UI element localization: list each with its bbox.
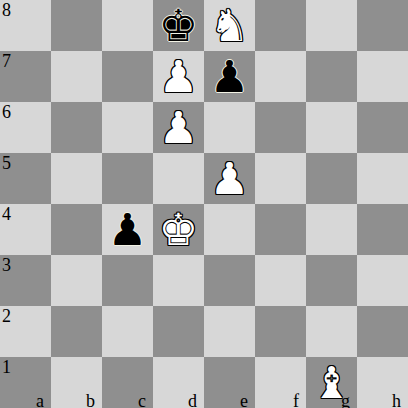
file-label-f: f	[293, 393, 299, 408]
square-a6[interactable]: 6	[0, 102, 51, 153]
square-a8[interactable]: 8	[0, 0, 51, 51]
square-e1[interactable]: e	[204, 357, 255, 408]
chess-board: 8♚♞7♟♟6♟5♟4♟♚321abcdefg♝h	[0, 0, 408, 408]
square-d5[interactable]	[153, 153, 204, 204]
file-label-c: c	[138, 393, 146, 408]
rank-label-1: 1	[2, 357, 11, 377]
square-h6[interactable]	[357, 102, 408, 153]
square-f5[interactable]	[255, 153, 306, 204]
square-f2[interactable]	[255, 306, 306, 357]
square-f6[interactable]	[255, 102, 306, 153]
white-king[interactable]: ♚	[153, 204, 204, 255]
square-e7[interactable]: ♟	[204, 51, 255, 102]
square-h1[interactable]: h	[357, 357, 408, 408]
square-a3[interactable]: 3	[0, 255, 51, 306]
square-b5[interactable]	[51, 153, 102, 204]
square-c7[interactable]	[102, 51, 153, 102]
square-g6[interactable]	[306, 102, 357, 153]
square-f8[interactable]	[255, 0, 306, 51]
rank-label-4: 4	[2, 204, 11, 224]
square-g1[interactable]: g♝	[306, 357, 357, 408]
square-h7[interactable]	[357, 51, 408, 102]
square-b6[interactable]	[51, 102, 102, 153]
square-a5[interactable]: 5	[0, 153, 51, 204]
rank-label-3: 3	[2, 255, 11, 275]
square-g3[interactable]	[306, 255, 357, 306]
square-h8[interactable]	[357, 0, 408, 51]
square-g5[interactable]	[306, 153, 357, 204]
square-e2[interactable]	[204, 306, 255, 357]
rank-label-5: 5	[2, 153, 11, 173]
square-b3[interactable]	[51, 255, 102, 306]
file-label-b: b	[86, 393, 95, 408]
file-label-a: a	[36, 393, 44, 408]
black-pawn[interactable]: ♟	[102, 204, 153, 255]
square-h5[interactable]	[357, 153, 408, 204]
square-h2[interactable]	[357, 306, 408, 357]
square-e3[interactable]	[204, 255, 255, 306]
square-e6[interactable]	[204, 102, 255, 153]
white-pawn[interactable]: ♟	[153, 102, 204, 153]
square-e8[interactable]: ♞	[204, 0, 255, 51]
rank-label-6: 6	[2, 102, 11, 122]
square-f1[interactable]: f	[255, 357, 306, 408]
file-label-h: h	[392, 393, 401, 408]
square-d6[interactable]: ♟	[153, 102, 204, 153]
square-h4[interactable]	[357, 204, 408, 255]
square-d3[interactable]	[153, 255, 204, 306]
file-label-d: d	[188, 393, 197, 408]
square-b7[interactable]	[51, 51, 102, 102]
rank-label-2: 2	[2, 306, 11, 326]
square-f4[interactable]	[255, 204, 306, 255]
white-knight[interactable]: ♞	[204, 0, 255, 51]
rank-label-8: 8	[2, 0, 11, 20]
square-a1[interactable]: 1a	[0, 357, 51, 408]
square-b1[interactable]: b	[51, 357, 102, 408]
square-b2[interactable]	[51, 306, 102, 357]
square-g4[interactable]	[306, 204, 357, 255]
square-d4[interactable]: ♚	[153, 204, 204, 255]
square-c8[interactable]	[102, 0, 153, 51]
square-e4[interactable]	[204, 204, 255, 255]
square-d1[interactable]: d	[153, 357, 204, 408]
square-e5[interactable]: ♟	[204, 153, 255, 204]
white-bishop[interactable]: ♝	[306, 357, 357, 408]
square-g8[interactable]	[306, 0, 357, 51]
square-d2[interactable]	[153, 306, 204, 357]
square-b8[interactable]	[51, 0, 102, 51]
square-c1[interactable]: c	[102, 357, 153, 408]
square-d8[interactable]: ♚	[153, 0, 204, 51]
square-c4[interactable]: ♟	[102, 204, 153, 255]
file-label-e: e	[240, 393, 248, 408]
square-g2[interactable]	[306, 306, 357, 357]
square-d7[interactable]: ♟	[153, 51, 204, 102]
square-c2[interactable]	[102, 306, 153, 357]
square-f3[interactable]	[255, 255, 306, 306]
rank-label-7: 7	[2, 51, 11, 71]
square-b4[interactable]	[51, 204, 102, 255]
square-a4[interactable]: 4	[0, 204, 51, 255]
black-pawn[interactable]: ♟	[204, 51, 255, 102]
white-pawn[interactable]: ♟	[153, 51, 204, 102]
square-g7[interactable]	[306, 51, 357, 102]
square-c3[interactable]	[102, 255, 153, 306]
square-c6[interactable]	[102, 102, 153, 153]
black-king[interactable]: ♚	[153, 0, 204, 51]
square-h3[interactable]	[357, 255, 408, 306]
square-a2[interactable]: 2	[0, 306, 51, 357]
square-f7[interactable]	[255, 51, 306, 102]
square-a7[interactable]: 7	[0, 51, 51, 102]
white-pawn[interactable]: ♟	[204, 153, 255, 204]
square-c5[interactable]	[102, 153, 153, 204]
